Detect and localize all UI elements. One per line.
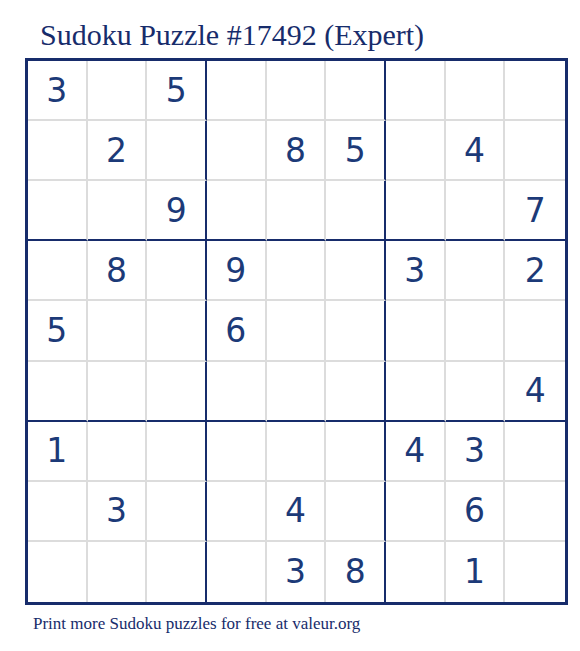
cell-r8c3	[147, 482, 207, 542]
cell-r7c7: 4	[386, 422, 446, 482]
cell-r7c5	[267, 422, 327, 482]
cell-r4c1	[28, 241, 88, 301]
cell-r4c9: 2	[505, 241, 565, 301]
cell-r7c6	[326, 422, 386, 482]
cell-r2c7	[386, 121, 446, 181]
cell-r2c9	[505, 121, 565, 181]
cell-r6c2	[88, 362, 148, 422]
cell-r1c3: 5	[147, 61, 207, 121]
cell-r6c1	[28, 362, 88, 422]
cell-r3c5	[267, 181, 327, 241]
cell-r3c1	[28, 181, 88, 241]
cell-r9c8: 1	[446, 542, 506, 602]
cell-r8c2: 3	[88, 482, 148, 542]
cell-r8c4	[207, 482, 267, 542]
cell-r3c6	[326, 181, 386, 241]
page-title: Sudoku Puzzle #17492 (Expert)	[40, 18, 424, 52]
cell-r2c3	[147, 121, 207, 181]
cell-r1c5	[267, 61, 327, 121]
cell-r5c1: 5	[28, 301, 88, 361]
cell-r8c7	[386, 482, 446, 542]
cell-r1c8	[446, 61, 506, 121]
footer-text: Print more Sudoku puzzles for free at va…	[33, 614, 360, 634]
cell-r1c4	[207, 61, 267, 121]
cell-r3c8	[446, 181, 506, 241]
cell-r6c9: 4	[505, 362, 565, 422]
cell-r2c1	[28, 121, 88, 181]
cell-r8c8: 6	[446, 482, 506, 542]
cell-r4c3	[147, 241, 207, 301]
cell-r3c9: 7	[505, 181, 565, 241]
cell-r2c5: 8	[267, 121, 327, 181]
cell-r6c7	[386, 362, 446, 422]
cell-r7c4	[207, 422, 267, 482]
cell-r1c1: 3	[28, 61, 88, 121]
cell-r6c3	[147, 362, 207, 422]
cell-r7c8: 3	[446, 422, 506, 482]
cell-r9c4	[207, 542, 267, 602]
cell-r9c2	[88, 542, 148, 602]
cell-r5c5	[267, 301, 327, 361]
cell-r1c2	[88, 61, 148, 121]
cell-r7c9	[505, 422, 565, 482]
cell-r9c5: 3	[267, 542, 327, 602]
cell-r2c2: 2	[88, 121, 148, 181]
cell-r9c3	[147, 542, 207, 602]
cell-r1c6	[326, 61, 386, 121]
cell-r3c3: 9	[147, 181, 207, 241]
cell-r1c9	[505, 61, 565, 121]
cell-r4c6	[326, 241, 386, 301]
cell-r4c4: 9	[207, 241, 267, 301]
cell-r8c6	[326, 482, 386, 542]
cell-r5c6	[326, 301, 386, 361]
cell-r3c4	[207, 181, 267, 241]
cell-r9c1	[28, 542, 88, 602]
cell-r6c5	[267, 362, 327, 422]
cell-r4c7: 3	[386, 241, 446, 301]
cell-r5c8	[446, 301, 506, 361]
cell-r2c6: 5	[326, 121, 386, 181]
cell-r7c3	[147, 422, 207, 482]
cell-r6c4	[207, 362, 267, 422]
cell-r8c1	[28, 482, 88, 542]
cell-r9c9	[505, 542, 565, 602]
cell-r9c7	[386, 542, 446, 602]
cell-r7c1: 1	[28, 422, 88, 482]
cell-r2c8: 4	[446, 121, 506, 181]
cell-r7c2	[88, 422, 148, 482]
sudoku-board: 352854978932564143346381	[25, 58, 568, 605]
cell-r6c8	[446, 362, 506, 422]
cell-r5c7	[386, 301, 446, 361]
cell-r1c7	[386, 61, 446, 121]
cell-r9c6: 8	[326, 542, 386, 602]
cell-r5c3	[147, 301, 207, 361]
cell-r4c2: 8	[88, 241, 148, 301]
cell-r2c4	[207, 121, 267, 181]
cell-r4c5	[267, 241, 327, 301]
cell-r5c4: 6	[207, 301, 267, 361]
cell-r8c9	[505, 482, 565, 542]
cell-r3c7	[386, 181, 446, 241]
cell-r4c8	[446, 241, 506, 301]
cell-r6c6	[326, 362, 386, 422]
cell-r3c2	[88, 181, 148, 241]
cell-r8c5: 4	[267, 482, 327, 542]
cell-r5c9	[505, 301, 565, 361]
cell-r5c2	[88, 301, 148, 361]
